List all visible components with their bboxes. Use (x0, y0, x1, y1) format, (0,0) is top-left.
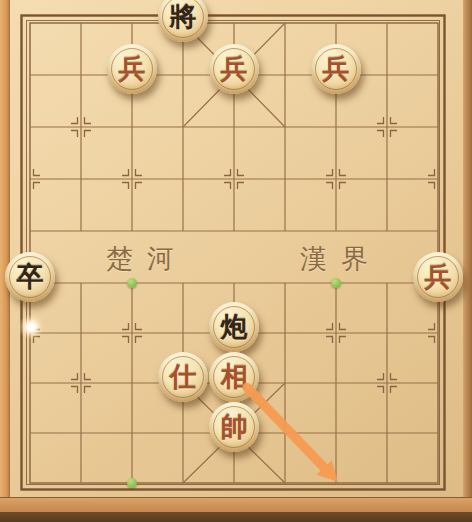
hint-arrow (0, 0, 472, 522)
xiangqi-board[interactable]: 楚河 漢界 將兵兵兵卒兵炮仕相帥 (0, 0, 472, 522)
